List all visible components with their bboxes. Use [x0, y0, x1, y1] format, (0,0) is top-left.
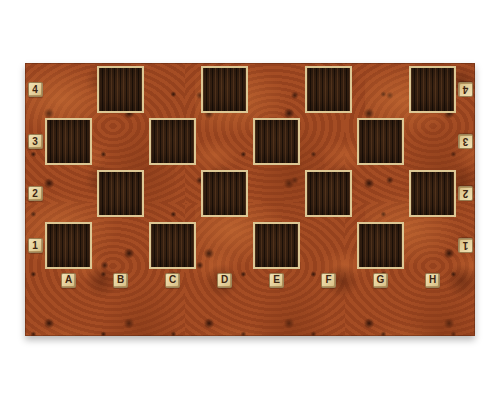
square-h1[interactable]	[409, 222, 456, 269]
square-c4[interactable]	[149, 66, 196, 113]
rank-label-left-1: 1	[28, 238, 43, 253]
rank-label-right-4: 4	[458, 82, 473, 97]
square-d3[interactable]	[201, 118, 248, 165]
square-b1[interactable]	[97, 222, 144, 269]
square-f1[interactable]	[305, 222, 352, 269]
screenshot-stage: 4321 4321 ABCDEFGH	[0, 0, 500, 400]
rank-label-left-2: 2	[28, 186, 43, 201]
squares-grid	[45, 66, 456, 269]
rank-label-left-4: 4	[28, 82, 43, 97]
square-h2[interactable]	[409, 170, 456, 217]
square-g2[interactable]	[357, 170, 404, 217]
file-label-cell-c: C	[149, 272, 196, 288]
file-label-cell-f: F	[305, 272, 352, 288]
square-e3[interactable]	[253, 118, 300, 165]
square-e1[interactable]	[253, 222, 300, 269]
rank-labels-right: 4321	[456, 66, 475, 269]
square-g4[interactable]	[357, 66, 404, 113]
rank-label-left-cell-2: 2	[25, 170, 45, 217]
square-f4[interactable]	[305, 66, 352, 113]
square-d4[interactable]	[201, 66, 248, 113]
square-e4[interactable]	[253, 66, 300, 113]
square-a1[interactable]	[45, 222, 92, 269]
rank-label-right-2: 2	[458, 186, 473, 201]
rank-label-right-cell-4: 4	[456, 66, 475, 113]
square-c1[interactable]	[149, 222, 196, 269]
square-g1[interactable]	[357, 222, 404, 269]
square-b3[interactable]	[97, 118, 144, 165]
rank-label-left-cell-4: 4	[25, 66, 45, 113]
file-label-cell-d: D	[201, 272, 248, 288]
square-h4[interactable]	[409, 66, 456, 113]
rank-label-right-cell-3: 3	[456, 118, 475, 165]
chessboard-half: 4321 4321 ABCDEFGH	[25, 63, 475, 336]
square-a2[interactable]	[45, 170, 92, 217]
square-f3[interactable]	[305, 118, 352, 165]
file-label-cell-h: H	[409, 272, 456, 288]
square-a4[interactable]	[45, 66, 92, 113]
file-label-h: H	[425, 273, 440, 288]
rank-label-right-1: 1	[458, 238, 473, 253]
square-c3[interactable]	[149, 118, 196, 165]
file-label-c: C	[165, 273, 180, 288]
rank-labels-left: 4321	[25, 66, 45, 269]
file-label-g: G	[373, 273, 388, 288]
file-label-f: F	[321, 273, 336, 288]
rank-label-right-cell-1: 1	[456, 222, 475, 269]
square-d1[interactable]	[201, 222, 248, 269]
file-label-cell-a: A	[45, 272, 92, 288]
rank-label-left-cell-1: 1	[25, 222, 45, 269]
file-label-cell-e: E	[253, 272, 300, 288]
file-label-e: E	[269, 273, 284, 288]
square-h3[interactable]	[409, 118, 456, 165]
square-a3[interactable]	[45, 118, 92, 165]
rank-label-right-cell-2: 2	[456, 170, 475, 217]
square-b4[interactable]	[97, 66, 144, 113]
rank-label-left-3: 3	[28, 134, 43, 149]
file-label-d: D	[217, 273, 232, 288]
file-label-b: B	[113, 273, 128, 288]
square-d2[interactable]	[201, 170, 248, 217]
square-b2[interactable]	[97, 170, 144, 217]
square-g3[interactable]	[357, 118, 404, 165]
square-e2[interactable]	[253, 170, 300, 217]
square-f2[interactable]	[305, 170, 352, 217]
file-label-cell-b: B	[97, 272, 144, 288]
file-label-a: A	[61, 273, 76, 288]
rank-label-right-3: 3	[458, 134, 473, 149]
rank-label-left-cell-3: 3	[25, 118, 45, 165]
file-labels-bottom: ABCDEFGH	[45, 272, 456, 288]
square-c2[interactable]	[149, 170, 196, 217]
file-label-cell-g: G	[357, 272, 404, 288]
